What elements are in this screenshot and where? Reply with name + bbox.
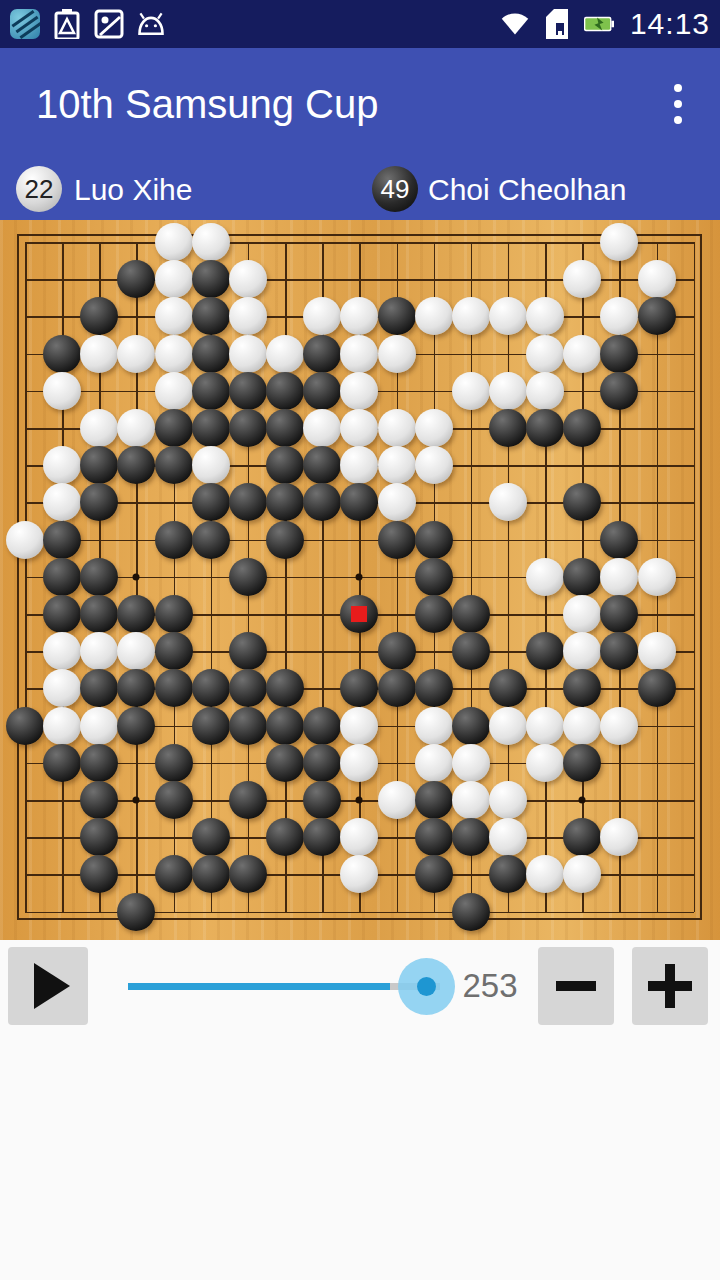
black-stone — [229, 781, 267, 819]
white-stone — [117, 409, 155, 447]
white-stone — [229, 297, 267, 335]
white-stone — [340, 335, 378, 373]
black-stone — [340, 483, 378, 521]
black-stone — [563, 669, 601, 707]
black-stone — [192, 818, 230, 856]
black-stone — [452, 632, 490, 670]
black-stone — [117, 669, 155, 707]
black-stone — [415, 521, 453, 559]
android-debug-icon — [136, 9, 166, 39]
black-stone — [266, 521, 304, 559]
white-stone — [192, 223, 230, 261]
move-number: 253 — [452, 940, 528, 1032]
white-stone — [638, 558, 676, 596]
white-stone — [489, 483, 527, 521]
white-stone — [415, 409, 453, 447]
white-stone — [600, 707, 638, 745]
white-stone — [378, 335, 416, 373]
black-stone — [192, 372, 230, 410]
white-stone — [43, 707, 81, 745]
black-stone — [303, 707, 341, 745]
black-stone — [155, 409, 193, 447]
white-stone — [563, 260, 601, 298]
go-board[interactable] — [0, 220, 720, 940]
black-stone — [43, 521, 81, 559]
black-stone — [638, 297, 676, 335]
white-stone — [452, 372, 490, 410]
white-player-name: Luo Xihe — [74, 173, 192, 207]
go-game-viewer: { "game": "go", "status_bar": { "time": … — [0, 0, 720, 1280]
black-stone — [155, 446, 193, 484]
white-stone — [43, 632, 81, 670]
white-stone — [80, 632, 118, 670]
black-stone — [80, 669, 118, 707]
white-stone — [155, 297, 193, 335]
white-stone — [303, 297, 341, 335]
move-slider[interactable] — [128, 940, 440, 1032]
white-stone — [43, 483, 81, 521]
white-stone — [43, 669, 81, 707]
white-stone — [229, 335, 267, 373]
white-stone — [563, 707, 601, 745]
white-stone — [452, 297, 490, 335]
black-stone — [80, 483, 118, 521]
black-stone — [378, 521, 416, 559]
black-stone — [117, 707, 155, 745]
black-stone — [155, 521, 193, 559]
white-stone — [340, 446, 378, 484]
black-stone — [303, 372, 341, 410]
black-stone — [600, 372, 638, 410]
black-stone — [526, 409, 564, 447]
black-stone — [6, 707, 44, 745]
white-stone — [489, 707, 527, 745]
white-stone — [600, 558, 638, 596]
white-stone — [600, 297, 638, 335]
black-stone — [489, 855, 527, 893]
star-point — [133, 797, 140, 804]
black-stone — [192, 335, 230, 373]
black-stone — [117, 893, 155, 931]
black-stone — [155, 632, 193, 670]
player-bar: 22 Luo Xihe 49 Choi Cheolhan — [0, 160, 720, 220]
white-stone — [526, 855, 564, 893]
black-stone — [43, 595, 81, 633]
white-stone — [489, 781, 527, 819]
black-stone — [452, 595, 490, 633]
black-stone — [415, 595, 453, 633]
white-stone — [526, 297, 564, 335]
white-stone — [117, 632, 155, 670]
white-stone — [563, 595, 601, 633]
white-stone — [638, 260, 676, 298]
black-stone — [192, 669, 230, 707]
black-stone — [43, 335, 81, 373]
black-stone — [266, 707, 304, 745]
black-stone — [192, 297, 230, 335]
white-stone — [340, 372, 378, 410]
black-stone — [415, 818, 453, 856]
white-stone — [266, 335, 304, 373]
black-stone — [378, 632, 416, 670]
black-stone — [415, 855, 453, 893]
black-stone — [80, 781, 118, 819]
black-stone — [563, 744, 601, 782]
black-stone — [563, 483, 601, 521]
white-stone — [80, 335, 118, 373]
app-bar: 10th Samsung Cup — [0, 48, 720, 160]
white-stone — [526, 558, 564, 596]
page-title: 10th Samsung Cup — [36, 82, 378, 127]
black-stone — [266, 818, 304, 856]
black-captures: 49 — [381, 174, 410, 205]
black-stone — [117, 595, 155, 633]
overflow-menu-icon[interactable] — [658, 74, 698, 134]
black-stone — [415, 781, 453, 819]
black-stone — [229, 372, 267, 410]
black-stone — [600, 632, 638, 670]
white-stone — [378, 483, 416, 521]
black-stone — [378, 297, 416, 335]
white-stone — [489, 372, 527, 410]
black-stone — [80, 855, 118, 893]
white-stone — [6, 521, 44, 559]
white-stone — [117, 335, 155, 373]
status-clock: 14:13 — [630, 7, 710, 41]
white-stone — [303, 409, 341, 447]
black-stone — [452, 818, 490, 856]
next-move-button[interactable] — [632, 947, 708, 1025]
black-stone — [192, 483, 230, 521]
slider-thumb[interactable] — [417, 977, 436, 996]
white-stone — [340, 297, 378, 335]
white-stone — [43, 446, 81, 484]
play-icon — [34, 963, 70, 1009]
play-button[interactable] — [8, 947, 88, 1025]
black-stone — [563, 558, 601, 596]
grid-line-vertical — [694, 242, 696, 912]
black-stone — [303, 781, 341, 819]
black-stone — [452, 893, 490, 931]
black-stone — [563, 818, 601, 856]
white-stone — [155, 335, 193, 373]
black-stone — [303, 335, 341, 373]
white-stone — [415, 446, 453, 484]
black-stone — [489, 669, 527, 707]
white-stone — [378, 781, 416, 819]
white-stone — [452, 781, 490, 819]
black-stone — [266, 483, 304, 521]
black-stone — [303, 483, 341, 521]
white-stone — [229, 260, 267, 298]
white-stone — [340, 409, 378, 447]
white-stone — [563, 335, 601, 373]
black-stone — [192, 855, 230, 893]
black-stone — [303, 744, 341, 782]
black-stone — [266, 669, 304, 707]
black-stone — [80, 744, 118, 782]
black-stone — [192, 521, 230, 559]
white-stone — [378, 409, 416, 447]
white-stone — [415, 707, 453, 745]
black-stone — [155, 781, 193, 819]
white-stone — [638, 632, 676, 670]
black-stone — [155, 669, 193, 707]
black-stone — [303, 818, 341, 856]
black-stone — [600, 335, 638, 373]
black-stone — [155, 595, 193, 633]
white-stone — [340, 707, 378, 745]
white-stone — [526, 372, 564, 410]
black-stone — [600, 521, 638, 559]
white-stone — [340, 855, 378, 893]
black-stone — [155, 855, 193, 893]
black-stone — [155, 744, 193, 782]
black-stone — [80, 595, 118, 633]
black-stone — [192, 707, 230, 745]
white-stone — [80, 707, 118, 745]
black-stone — [452, 707, 490, 745]
minus-icon — [556, 981, 596, 991]
black-stone — [43, 558, 81, 596]
white-stone — [526, 744, 564, 782]
black-stone — [229, 855, 267, 893]
black-player-stone-icon: 49 — [372, 166, 418, 212]
black-stone — [638, 669, 676, 707]
black-stone — [266, 372, 304, 410]
sim-card-icon — [542, 9, 572, 39]
battery-charging-icon — [584, 9, 614, 39]
white-player-stone-icon: 22 — [16, 166, 62, 212]
black-stone — [489, 409, 527, 447]
black-stone — [80, 446, 118, 484]
black-stone — [229, 669, 267, 707]
white-stone — [526, 335, 564, 373]
wifi-icon — [500, 9, 530, 39]
black-stone — [340, 669, 378, 707]
plus-icon — [648, 964, 692, 1008]
white-stone — [340, 818, 378, 856]
white-stone — [155, 260, 193, 298]
black-stone — [600, 595, 638, 633]
white-stone — [489, 297, 527, 335]
status-bar: 14:13 — [0, 0, 720, 48]
black-stone — [266, 446, 304, 484]
black-stone — [266, 409, 304, 447]
slider-track-fill — [128, 983, 390, 990]
white-stone — [340, 744, 378, 782]
screenshot-icon — [94, 9, 124, 39]
white-stone — [80, 409, 118, 447]
white-stone — [43, 372, 81, 410]
black-stone — [117, 260, 155, 298]
black-stone — [415, 558, 453, 596]
white-captures: 22 — [25, 174, 54, 205]
white-stone — [378, 446, 416, 484]
black-stone — [229, 558, 267, 596]
star-point — [579, 797, 586, 804]
black-stone — [563, 409, 601, 447]
black-stone — [43, 744, 81, 782]
white-stone — [155, 372, 193, 410]
battery-alert-icon — [52, 9, 82, 39]
last-move-marker — [351, 606, 367, 622]
white-stone — [415, 744, 453, 782]
black-stone — [192, 260, 230, 298]
playback-controls: 253 — [0, 940, 720, 1040]
white-stone — [489, 818, 527, 856]
star-point — [133, 573, 140, 580]
black-stone — [117, 446, 155, 484]
white-stone — [415, 297, 453, 335]
app-icon — [10, 9, 40, 39]
white-stone — [563, 855, 601, 893]
white-stone — [563, 632, 601, 670]
black-stone — [80, 818, 118, 856]
white-stone — [600, 818, 638, 856]
black-stone — [229, 632, 267, 670]
star-point — [356, 573, 363, 580]
black-stone — [192, 409, 230, 447]
white-stone — [600, 223, 638, 261]
black-stone — [266, 744, 304, 782]
black-stone — [229, 409, 267, 447]
white-stone — [192, 446, 230, 484]
black-stone — [415, 669, 453, 707]
black-player-name: Choi Cheolhan — [428, 173, 626, 207]
star-point — [356, 797, 363, 804]
white-stone — [452, 744, 490, 782]
black-stone — [229, 483, 267, 521]
black-stone — [303, 446, 341, 484]
black-stone — [378, 669, 416, 707]
previous-move-button[interactable] — [538, 947, 614, 1025]
white-stone — [526, 707, 564, 745]
black-stone — [80, 297, 118, 335]
black-stone — [526, 632, 564, 670]
white-stone — [155, 223, 193, 261]
black-stone — [229, 707, 267, 745]
black-stone — [80, 558, 118, 596]
